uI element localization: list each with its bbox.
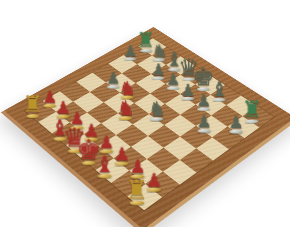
white-pawn-a2: ♟ [42,89,57,108]
square-e1: ♚ [81,146,114,170]
white-pawn-f2: ♟ [114,146,130,166]
square-h6 [212,127,244,150]
rook-glyph: ♜ [241,98,262,121]
white-rook-a1: ♜ [22,93,43,118]
board-walnut-frame: ♜♞♝♛♚♝♜♟♟♟♟♟♟♟♟♞♞♞♟♟♟♟♟♟♟♟♜♝♛♚♝♜ [1,27,290,227]
chess-board-3d-scene: ♜♞♝♛♚♝♜♟♟♟♟♟♟♟♟♞♞♞♟♟♟♟♟♟♟♟♜♝♛♚♝♜ [4,27,290,227]
pawn-glyph: ♟ [42,89,57,106]
product-photo-stage: ♜♞♝♛♚♝♜♟♟♟♟♟♟♟♟♞♞♞♟♟♟♟♟♟♟♟♜♝♛♚♝♜ [0,0,290,227]
gold-piece-base [53,137,66,141]
gold-piece-base [129,200,144,205]
gold-piece-base [97,174,111,178]
square-e3 [116,124,148,147]
square-a1: ♜ [25,101,56,122]
square-f8: ♝ [211,85,241,105]
black-pawn-g6: ♟ [197,114,213,133]
gold-piece-base [71,126,84,130]
gold-piece-base [82,161,96,165]
gold-piece-base [43,104,56,108]
rook-glyph: ♜ [22,93,43,116]
square-e6 [165,94,196,115]
gold-piece-base [26,114,39,118]
gold-piece-base [67,149,81,153]
square-h7: ♟ [228,116,260,138]
chess-board-grid: ♜♞♝♛♚♝♜♟♟♟♟♟♟♟♟♞♞♞♟♟♟♟♟♟♟♟♜♝♛♚♝♜ [25,38,274,210]
